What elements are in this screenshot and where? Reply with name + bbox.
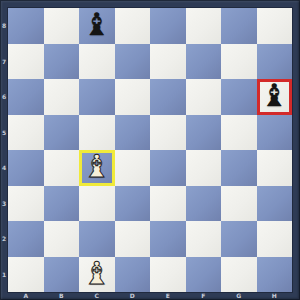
square-f5[interactable] [186,115,222,151]
chess-board: ♝♝♝♝ [8,8,292,292]
square-d7[interactable] [115,44,151,80]
square-g3[interactable] [221,186,257,222]
rank-label-5: 5 [0,115,8,151]
black-bishop[interactable]: ♝ [260,78,288,113]
square-b5[interactable] [44,115,80,151]
square-h2[interactable] [257,221,293,257]
square-a8[interactable] [8,8,44,44]
square-f2[interactable] [186,221,222,257]
square-e5[interactable] [150,115,186,151]
square-b6[interactable] [44,79,80,115]
square-d5[interactable] [115,115,151,151]
square-b2[interactable] [44,221,80,257]
square-c8[interactable]: ♝ [79,8,115,44]
square-g7[interactable] [221,44,257,80]
square-b7[interactable] [44,44,80,80]
file-label-c: C [79,291,115,300]
file-label-g: G [221,291,257,300]
chess-board-frame: ♝♝♝♝ 87654321 ABCDEFGH [0,0,300,300]
square-c3[interactable] [79,186,115,222]
square-a3[interactable] [8,186,44,222]
square-f4[interactable] [186,150,222,186]
square-a1[interactable] [8,257,44,293]
square-a6[interactable] [8,79,44,115]
square-h5[interactable] [257,115,293,151]
file-labels: ABCDEFGH [8,291,292,300]
file-label-e: E [150,291,186,300]
file-label-d: D [115,291,151,300]
square-e7[interactable] [150,44,186,80]
square-d8[interactable] [115,8,151,44]
rank-label-4: 4 [0,150,8,186]
square-d3[interactable] [115,186,151,222]
square-a7[interactable] [8,44,44,80]
square-b3[interactable] [44,186,80,222]
square-b1[interactable] [44,257,80,293]
square-f8[interactable] [186,8,222,44]
square-f3[interactable] [186,186,222,222]
rank-label-2: 2 [0,221,8,257]
square-d4[interactable] [115,150,151,186]
square-g4[interactable] [221,150,257,186]
square-g8[interactable] [221,8,257,44]
rank-label-1: 1 [0,257,8,293]
square-f6[interactable] [186,79,222,115]
square-h1[interactable] [257,257,293,293]
square-f1[interactable] [186,257,222,293]
square-h6[interactable]: ♝ [257,79,293,115]
square-g2[interactable] [221,221,257,257]
square-h4[interactable] [257,150,293,186]
square-c6[interactable] [79,79,115,115]
square-e6[interactable] [150,79,186,115]
square-c4[interactable]: ♝ [79,150,115,186]
file-label-h: H [257,291,293,300]
square-e2[interactable] [150,221,186,257]
square-g1[interactable] [221,257,257,293]
square-a4[interactable] [8,150,44,186]
square-h8[interactable] [257,8,293,44]
square-c7[interactable] [79,44,115,80]
square-e1[interactable] [150,257,186,293]
square-b8[interactable] [44,8,80,44]
square-d6[interactable] [115,79,151,115]
square-d1[interactable] [115,257,151,293]
square-a2[interactable] [8,221,44,257]
file-label-a: A [8,291,44,300]
square-c2[interactable] [79,221,115,257]
square-h7[interactable] [257,44,293,80]
white-bishop[interactable]: ♝ [83,256,111,291]
square-d2[interactable] [115,221,151,257]
square-e4[interactable] [150,150,186,186]
square-f7[interactable] [186,44,222,80]
square-h3[interactable] [257,186,293,222]
file-label-b: B [44,291,80,300]
square-c1[interactable]: ♝ [79,257,115,293]
square-g6[interactable] [221,79,257,115]
rank-label-6: 6 [0,79,8,115]
white-bishop[interactable]: ♝ [83,149,111,184]
square-c5[interactable] [79,115,115,151]
rank-labels: 87654321 [0,8,8,292]
rank-label-3: 3 [0,186,8,222]
square-b4[interactable] [44,150,80,186]
rank-label-7: 7 [0,44,8,80]
square-e8[interactable] [150,8,186,44]
file-label-f: F [186,291,222,300]
square-a5[interactable] [8,115,44,151]
square-e3[interactable] [150,186,186,222]
square-g5[interactable] [221,115,257,151]
rank-label-8: 8 [0,8,8,44]
black-bishop[interactable]: ♝ [83,7,111,42]
